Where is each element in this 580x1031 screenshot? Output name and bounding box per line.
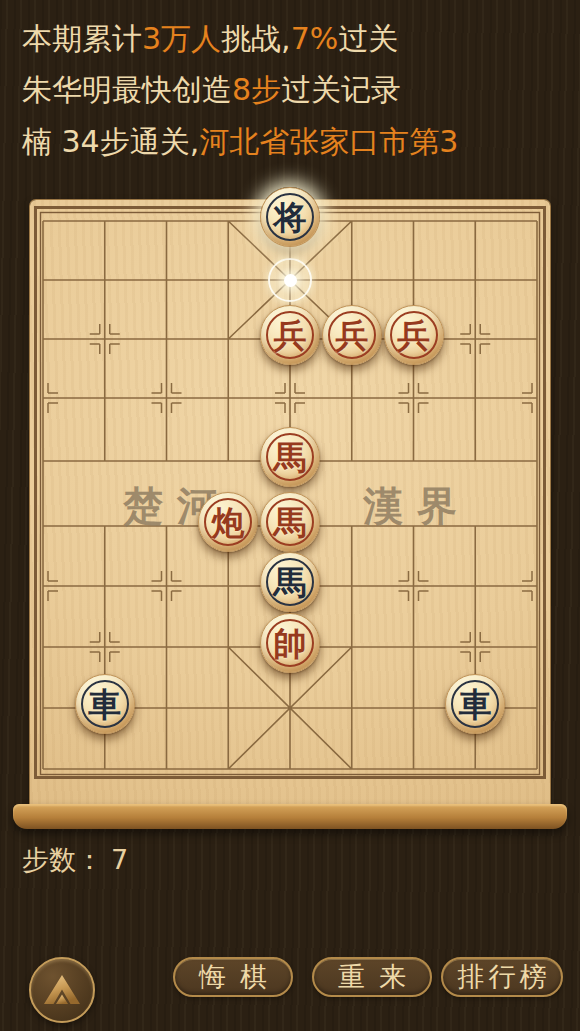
piece-black-chariot-2[interactable]: 車	[445, 674, 505, 734]
piece-black-chariot-1[interactable]: 車	[75, 674, 135, 734]
piece-red-soldier-3[interactable]: 兵	[384, 305, 444, 365]
piece-glyph: 車	[459, 688, 492, 721]
record-text: 朱华明最快创造	[22, 72, 232, 107]
piece-glyph: 兵	[397, 319, 430, 352]
pass-text: 楠 34步通关,	[22, 124, 199, 159]
latest-pass-line: 楠 34步通关,河北省张家口市第3	[22, 125, 458, 159]
move-indicator-dot	[284, 274, 297, 287]
record-text: 过关记录	[281, 72, 401, 107]
piece-glyph: 馬	[274, 506, 307, 539]
piece-red-horse-1[interactable]: 馬	[260, 427, 320, 487]
piece-black-horse[interactable]: 馬	[260, 552, 320, 612]
piece-glyph: 馬	[274, 441, 307, 474]
step-counter: 步数：7	[22, 842, 128, 878]
record-highlight-steps: 8步	[232, 72, 281, 107]
piece-red-soldier-2[interactable]: 兵	[322, 305, 382, 365]
step-counter-value: 7	[111, 844, 128, 875]
piece-glyph: 兵	[335, 319, 368, 352]
stats-highlight-rate: 7%	[291, 21, 339, 56]
leaderboard-button[interactable]: 排行榜	[441, 957, 563, 997]
stats-highlight-count: 3万人	[142, 21, 221, 56]
piece-red-horse-2[interactable]: 馬	[260, 492, 320, 552]
stats-text: 过关	[338, 21, 398, 56]
restart-button[interactable]: 重来	[312, 957, 432, 997]
piece-red-soldier-1[interactable]: 兵	[260, 305, 320, 365]
undo-button[interactable]: 悔棋	[173, 957, 293, 997]
piece-glyph: 兵	[274, 319, 307, 352]
board-front-edge	[13, 804, 567, 829]
piece-glyph: 帥	[274, 627, 307, 660]
piece-red-cannon[interactable]: 炮	[198, 492, 258, 552]
piece-glyph: 将	[274, 201, 307, 234]
stats-text: 挑战,	[221, 21, 291, 56]
piece-red-general[interactable]: 帥	[260, 613, 320, 673]
home-button[interactable]	[29, 957, 95, 1023]
step-counter-label: 步数：	[22, 844, 103, 875]
xiangqi-app-screen: 本期累计3万人挑战,7%过关 朱华明最快创造8步过关记录 楠 34步通关,河北省…	[0, 0, 580, 1031]
piece-glyph: 馬	[274, 566, 307, 599]
piece-glyph: 炮	[212, 506, 245, 539]
up-arrow-logo-icon	[42, 973, 82, 1007]
piece-glyph: 車	[88, 688, 121, 721]
challenge-stats-line: 本期累计3万人挑战,7%过关	[22, 22, 398, 56]
stats-text: 本期累计	[22, 21, 142, 56]
pass-highlight-region: 河北省张家口市第3	[199, 124, 458, 159]
piece-black-general[interactable]: 将	[260, 187, 320, 247]
record-line: 朱华明最快创造8步过关记录	[22, 73, 401, 107]
move-indicator[interactable]	[268, 258, 312, 302]
river-label-han-jie: 漢界	[324, 484, 496, 528]
